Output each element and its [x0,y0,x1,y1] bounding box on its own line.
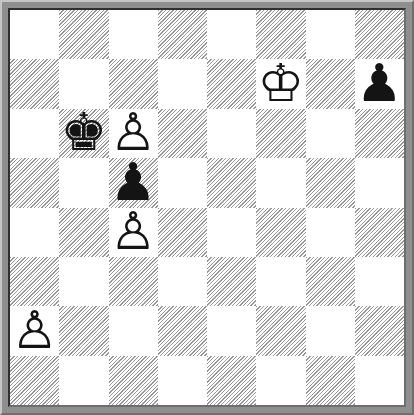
square-c7[interactable] [109,59,158,108]
square-f1[interactable] [256,356,305,405]
square-b5[interactable] [59,158,108,207]
square-f2[interactable] [256,306,305,355]
board-inner-border: ♔♟♚♙♟♙♙ [8,8,406,407]
square-c2[interactable] [109,306,158,355]
square-g8[interactable] [306,10,355,59]
square-c8[interactable] [109,10,158,59]
square-d5[interactable] [158,158,207,207]
square-e5[interactable] [207,158,256,207]
square-a7[interactable] [10,59,59,108]
square-a1[interactable] [10,356,59,405]
square-a8[interactable] [10,10,59,59]
square-b6[interactable]: ♚ [59,109,108,158]
square-b4[interactable] [59,208,108,257]
square-b2[interactable] [59,306,108,355]
square-d3[interactable] [158,257,207,306]
piece-black-pawn: ♟ [110,158,157,207]
square-d8[interactable] [158,10,207,59]
square-d6[interactable] [158,109,207,158]
square-f8[interactable] [256,10,305,59]
square-c6[interactable]: ♙ [109,109,158,158]
square-h8[interactable] [355,10,404,59]
square-a4[interactable] [10,208,59,257]
square-f3[interactable] [256,257,305,306]
square-e4[interactable] [207,208,256,257]
square-h7[interactable]: ♟ [355,59,404,108]
square-c1[interactable] [109,356,158,405]
square-e3[interactable] [207,257,256,306]
piece-white-king: ♔ [258,59,305,108]
square-g2[interactable] [306,306,355,355]
piece-black-pawn: ♟ [356,59,403,108]
square-h4[interactable] [355,208,404,257]
square-h5[interactable] [355,158,404,207]
square-c4[interactable]: ♙ [109,208,158,257]
chess-board: ♔♟♚♙♟♙♙ [10,10,404,405]
square-e1[interactable] [207,356,256,405]
square-d7[interactable] [158,59,207,108]
square-e8[interactable] [207,10,256,59]
board-frame: ♔♟♚♙♟♙♙ [0,0,414,415]
square-a2[interactable]: ♙ [10,306,59,355]
square-b3[interactable] [59,257,108,306]
square-g3[interactable] [306,257,355,306]
square-a6[interactable] [10,109,59,158]
square-h1[interactable] [355,356,404,405]
square-g1[interactable] [306,356,355,405]
square-b7[interactable] [59,59,108,108]
square-e2[interactable] [207,306,256,355]
piece-white-pawn: ♙ [110,109,157,158]
square-e6[interactable] [207,109,256,158]
square-a3[interactable] [10,257,59,306]
square-g5[interactable] [306,158,355,207]
square-h2[interactable] [355,306,404,355]
square-d1[interactable] [158,356,207,405]
square-a5[interactable] [10,158,59,207]
square-g7[interactable] [306,59,355,108]
piece-white-pawn: ♙ [110,208,157,257]
square-b8[interactable] [59,10,108,59]
square-h3[interactable] [355,257,404,306]
square-c5[interactable]: ♟ [109,158,158,207]
square-e7[interactable] [207,59,256,108]
square-g6[interactable] [306,109,355,158]
square-f4[interactable] [256,208,305,257]
square-f5[interactable] [256,158,305,207]
square-c3[interactable] [109,257,158,306]
square-f6[interactable] [256,109,305,158]
piece-black-king: ♚ [61,109,108,158]
square-b1[interactable] [59,356,108,405]
square-h6[interactable] [355,109,404,158]
square-g4[interactable] [306,208,355,257]
square-f7[interactable]: ♔ [256,59,305,108]
square-d2[interactable] [158,306,207,355]
square-d4[interactable] [158,208,207,257]
piece-white-pawn: ♙ [11,306,58,355]
